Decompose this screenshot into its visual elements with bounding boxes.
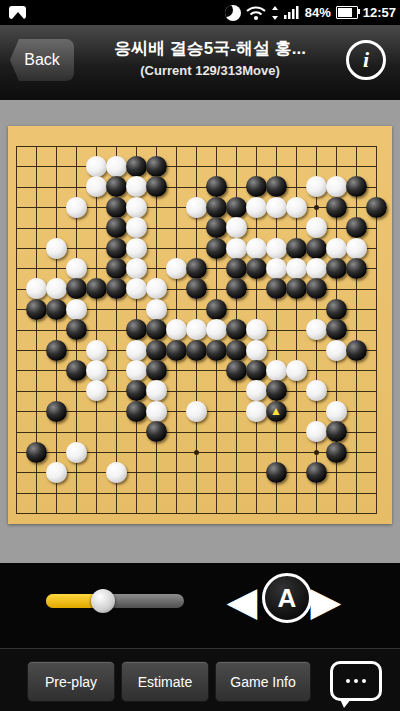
black-stone	[86, 278, 107, 299]
wifi-icon	[246, 5, 266, 20]
black-stone	[346, 217, 367, 238]
white-stone	[126, 278, 147, 299]
white-stone	[346, 238, 367, 259]
auto-play-button[interactable]: A	[262, 573, 312, 623]
white-stone	[306, 176, 327, 197]
white-stone	[126, 176, 147, 197]
black-stone	[326, 299, 347, 320]
gallery-notification-icon	[9, 6, 26, 19]
white-stone	[226, 238, 247, 259]
go-board[interactable]: ▲	[8, 126, 392, 524]
white-stone	[286, 197, 307, 218]
white-stone	[246, 401, 267, 422]
chat-bubble-icon[interactable]	[330, 661, 382, 701]
white-stone	[246, 380, 267, 401]
white-stone	[306, 421, 327, 442]
last-move-triangle-marker: ▲	[266, 401, 287, 422]
white-stone	[266, 197, 287, 218]
footer-bar: Pre-play Estimate Game Info	[0, 648, 400, 711]
estimate-button[interactable]: Estimate	[121, 661, 209, 702]
prev-move-button[interactable]: ◀	[222, 571, 262, 631]
white-stone	[246, 197, 267, 218]
white-stone	[66, 299, 87, 320]
battery-icon	[336, 6, 358, 19]
black-stone	[166, 340, 187, 361]
black-stone	[326, 197, 347, 218]
black-stone	[326, 421, 347, 442]
black-stone	[186, 340, 207, 361]
white-stone	[126, 258, 147, 279]
white-stone	[186, 197, 207, 218]
white-stone	[46, 238, 67, 259]
black-stone	[226, 319, 247, 340]
playback-controls: ◀ A ▶	[0, 563, 400, 648]
black-stone	[306, 238, 327, 259]
white-stone	[306, 217, 327, 238]
black-stone	[66, 319, 87, 340]
black-stone	[206, 238, 227, 259]
white-stone	[326, 340, 347, 361]
black-stone	[26, 442, 47, 463]
page-title: 응씨배 결승5국-해설 홍...	[80, 37, 340, 60]
black-stone	[226, 360, 247, 381]
white-stone	[106, 462, 127, 483]
black-stone	[206, 176, 227, 197]
white-stone	[46, 462, 67, 483]
white-stone	[66, 197, 87, 218]
white-stone	[26, 278, 47, 299]
black-stone	[346, 340, 367, 361]
white-stone	[246, 238, 267, 259]
white-stone	[86, 340, 107, 361]
black-stone	[106, 258, 127, 279]
moon-icon	[225, 5, 241, 21]
black-stone	[286, 238, 307, 259]
black-stone	[46, 340, 67, 361]
black-stone	[206, 299, 227, 320]
black-stone	[126, 319, 147, 340]
white-stone	[146, 299, 167, 320]
white-stone	[86, 176, 107, 197]
white-stone	[286, 360, 307, 381]
move-slider[interactable]	[46, 594, 184, 608]
black-stone	[266, 462, 287, 483]
white-stone	[266, 258, 287, 279]
black-stone	[266, 278, 287, 299]
white-stone	[266, 238, 287, 259]
black-stone	[226, 258, 247, 279]
info-button[interactable]: i	[346, 40, 386, 80]
white-stone	[126, 197, 147, 218]
white-stone	[326, 176, 347, 197]
black-stone	[146, 360, 167, 381]
black-stone	[146, 156, 167, 177]
star-point	[314, 205, 319, 210]
white-stone	[306, 258, 327, 279]
black-stone	[66, 278, 87, 299]
black-stone	[146, 421, 167, 442]
black-stone	[226, 197, 247, 218]
black-stone	[246, 176, 267, 197]
white-stone	[306, 319, 327, 340]
black-stone	[206, 217, 227, 238]
white-stone	[146, 380, 167, 401]
white-stone	[246, 340, 267, 361]
phone-screen: 84% 12:57 Back 응씨배 결승5국-해설 홍... (Current…	[0, 0, 400, 711]
black-stone	[246, 360, 267, 381]
black-stone	[106, 238, 127, 259]
black-stone	[106, 278, 127, 299]
black-stone	[286, 278, 307, 299]
white-stone	[126, 217, 147, 238]
black-stone	[326, 258, 347, 279]
black-stone	[106, 197, 127, 218]
black-stone	[366, 197, 387, 218]
black-stone	[46, 401, 67, 422]
black-stone	[206, 197, 227, 218]
black-stone	[266, 176, 287, 197]
black-stone	[246, 258, 267, 279]
black-stone	[66, 360, 87, 381]
white-stone	[66, 442, 87, 463]
black-stone	[146, 340, 167, 361]
star-point	[314, 450, 319, 455]
white-stone	[186, 401, 207, 422]
black-stone	[186, 278, 207, 299]
game-info-button[interactable]: Game Info	[215, 661, 311, 702]
white-stone	[286, 258, 307, 279]
grid-line-v	[356, 146, 357, 514]
black-stone	[206, 340, 227, 361]
white-stone	[186, 319, 207, 340]
signal-bars-icon	[284, 6, 300, 19]
header: Back 응씨배 결승5국-해설 홍... (Current 129/313Mo…	[0, 25, 400, 100]
grid-line-h	[16, 493, 377, 494]
black-stone	[346, 176, 367, 197]
black-stone	[106, 217, 127, 238]
white-stone	[306, 380, 327, 401]
white-stone	[246, 319, 267, 340]
white-stone	[206, 319, 227, 340]
white-stone	[266, 360, 287, 381]
white-stone	[46, 278, 67, 299]
white-stone	[226, 217, 247, 238]
black-stone	[26, 299, 47, 320]
black-stone	[126, 380, 147, 401]
white-stone	[166, 258, 187, 279]
black-stone	[306, 462, 327, 483]
black-stone	[146, 176, 167, 197]
white-stone	[326, 238, 347, 259]
black-stone	[126, 156, 147, 177]
white-stone	[126, 238, 147, 259]
board-area: ▲	[0, 100, 400, 563]
black-stone	[46, 299, 67, 320]
white-stone	[86, 360, 107, 381]
black-stone	[266, 380, 287, 401]
grid-line-h	[16, 513, 377, 514]
white-stone	[146, 401, 167, 422]
pre-play-button[interactable]: Pre-play	[27, 661, 115, 702]
slider-thumb[interactable]	[91, 589, 115, 613]
updown-arrows-icon	[271, 6, 279, 20]
black-stone	[146, 319, 167, 340]
black-stone	[306, 278, 327, 299]
white-stone	[106, 156, 127, 177]
black-stone	[326, 319, 347, 340]
black-stone	[226, 278, 247, 299]
status-bar: 84% 12:57	[0, 0, 400, 25]
white-stone	[86, 380, 107, 401]
white-stone	[126, 340, 147, 361]
battery-percent: 84%	[305, 5, 331, 20]
black-stone-last-move: ▲	[266, 401, 287, 422]
black-stone	[226, 340, 247, 361]
star-point	[194, 450, 199, 455]
white-stone	[146, 278, 167, 299]
black-stone	[186, 258, 207, 279]
white-stone	[166, 319, 187, 340]
white-stone	[66, 258, 87, 279]
white-stone	[126, 360, 147, 381]
black-stone	[106, 176, 127, 197]
clock: 12:57	[363, 5, 396, 20]
black-stone	[346, 258, 367, 279]
back-button[interactable]: Back	[10, 39, 74, 81]
white-stone	[86, 156, 107, 177]
black-stone	[326, 442, 347, 463]
black-stone	[126, 401, 147, 422]
white-stone	[326, 401, 347, 422]
move-counter: (Current 129/313Move)	[80, 63, 340, 78]
next-move-button[interactable]: ▶	[306, 571, 346, 631]
